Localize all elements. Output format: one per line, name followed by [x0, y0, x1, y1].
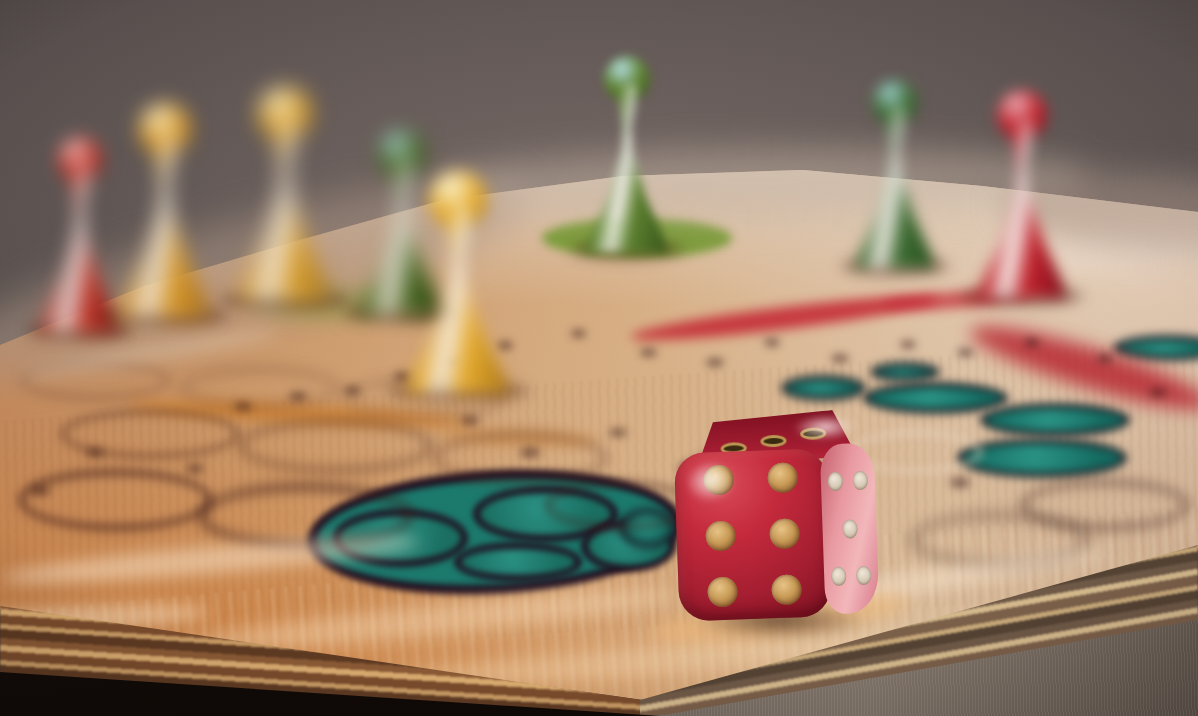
pawn-body: [855, 108, 935, 268]
die-pip: [842, 519, 858, 539]
pawn-body: [977, 122, 1067, 299]
die-pip: [767, 462, 798, 493]
pawn-green-center[interactable]: [586, 56, 668, 252]
die-pip: [760, 435, 786, 448]
track-mark: [957, 348, 974, 357]
die-face-front: [674, 448, 832, 621]
pawn-red-right[interactable]: [977, 90, 1067, 298]
track-mark: [520, 447, 540, 458]
pawn-body: [406, 207, 510, 393]
pawn-green-right[interactable]: [855, 80, 935, 268]
track-mark: [344, 386, 361, 395]
track-space-ring: [238, 419, 433, 473]
pawn-yellow-mid[interactable]: [238, 87, 333, 302]
teal-track-space: [980, 403, 1130, 437]
die-pip: [830, 567, 846, 587]
track-space-ring: [18, 469, 213, 531]
die-pip: [856, 566, 872, 586]
red-die[interactable]: [672, 407, 879, 622]
track-mark: [571, 329, 586, 337]
ludo-board-photo: [0, 0, 1198, 716]
track-mark: [1097, 354, 1113, 363]
teal-track-space: [863, 382, 1008, 414]
track-space-ring: [545, 480, 695, 530]
pawn-body: [586, 85, 668, 252]
die-pip: [853, 471, 869, 491]
pawn-body: [238, 120, 333, 302]
track-mark: [30, 485, 50, 496]
die-pip: [769, 518, 800, 549]
die-pip: [707, 577, 738, 608]
track-space-ring: [433, 432, 608, 484]
track-mark: [640, 348, 657, 357]
teal-track-space: [957, 438, 1127, 478]
pawn-red-left[interactable]: [40, 137, 120, 332]
die-face-right: [820, 443, 880, 615]
die-pip: [827, 472, 843, 492]
die-pip: [771, 574, 802, 605]
pawn-body: [119, 135, 211, 318]
track-mark: [764, 338, 780, 347]
home-field-circle: [454, 542, 582, 582]
track-mark: [1024, 338, 1040, 347]
die-pip: [703, 464, 734, 495]
teal-track-space: [781, 375, 866, 401]
track-mark: [900, 340, 916, 349]
die-pip: [705, 520, 736, 551]
teal-track-space: [870, 362, 940, 382]
pawn-yellow-front[interactable]: [406, 171, 510, 393]
track-mark: [950, 477, 970, 488]
pawn-yellow-left[interactable]: [119, 103, 211, 318]
track-space-ring: [180, 367, 340, 409]
die-pip: [800, 427, 826, 440]
pawn-body: [40, 165, 120, 332]
